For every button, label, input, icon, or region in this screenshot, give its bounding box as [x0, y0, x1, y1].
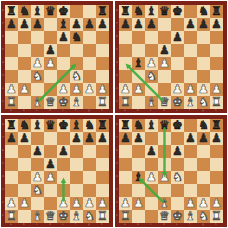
white-queen: ♛ [45, 210, 56, 223]
square-c1: ♝ [145, 96, 158, 109]
file-label: g [202, 109, 204, 112]
white-pawn: ♟ [185, 83, 196, 96]
black-king: ♚ [172, 5, 183, 18]
square-a1: ♜ [119, 210, 132, 223]
square-c7: ♟ [31, 18, 44, 31]
square-a1: ♜ [5, 210, 18, 223]
square-g8 [83, 5, 96, 18]
square-f5 [70, 158, 83, 171]
square-f3: ♞ [70, 70, 83, 83]
square-f4 [184, 171, 197, 184]
square-h2: ♟ [96, 83, 109, 96]
square-e4: ♞ [171, 171, 184, 184]
white-pawn: ♟ [198, 83, 209, 96]
square-c5 [145, 44, 158, 57]
square-d8: ♛ [158, 5, 171, 18]
square-h8: ♜ [96, 119, 109, 132]
square-c4: ♟ [145, 171, 158, 184]
square-f3 [184, 184, 197, 197]
black-bishop: ♝ [133, 57, 144, 70]
square-b2: ♟ [132, 83, 145, 96]
square-b5 [18, 44, 31, 57]
black-pawn: ♟ [120, 18, 131, 31]
square-c3: ♞ [31, 184, 44, 197]
white-rook: ♜ [120, 210, 131, 223]
square-e2: ♟ [57, 197, 70, 210]
square-a4 [119, 171, 132, 184]
square-b2: ♟ [132, 197, 145, 210]
square-c1: ♝ [31, 96, 44, 109]
square-f7: ♟ [70, 132, 83, 145]
square-f1: ♝ [184, 210, 197, 223]
square-b7: ♟ [132, 18, 145, 31]
white-bishop: ♝ [185, 210, 196, 223]
square-h4 [96, 57, 109, 70]
square-a2: ♟ [119, 83, 132, 96]
white-pawn: ♟ [19, 197, 30, 210]
square-e6: ♟ [171, 145, 184, 158]
white-pawn: ♟ [120, 83, 131, 96]
white-king: ♚ [58, 210, 69, 223]
square-d3 [44, 70, 57, 83]
rank-label: 2 [2, 201, 4, 204]
square-e2: ♟ [57, 83, 70, 96]
white-pawn: ♟ [198, 197, 209, 210]
rank-label: 5 [116, 162, 118, 165]
square-f5 [184, 44, 197, 57]
file-label: d [163, 223, 165, 226]
square-b6 [18, 31, 31, 44]
square-g7: ♟ [197, 132, 210, 145]
black-bishop: ♝ [133, 171, 144, 184]
square-c8: ♝ [31, 119, 44, 132]
black-pawn: ♟ [185, 132, 196, 145]
black-pawn: ♟ [32, 145, 43, 158]
white-king: ♚ [172, 210, 183, 223]
black-pawn: ♟ [133, 132, 144, 145]
square-a5 [5, 44, 18, 57]
square-c5 [145, 158, 158, 171]
square-a2: ♟ [119, 197, 132, 210]
square-b4: ♝ [132, 57, 145, 70]
white-king: ♚ [58, 96, 69, 109]
file-label: e [62, 223, 64, 226]
square-d3 [158, 70, 171, 83]
square-e7 [171, 18, 184, 31]
white-pawn: ♟ [159, 171, 170, 184]
black-bishop: ♝ [71, 119, 82, 132]
rank-label: 6 [2, 149, 4, 152]
black-pawn: ♟ [19, 18, 30, 31]
square-a7: ♟ [5, 18, 18, 31]
file-label: a [124, 109, 126, 112]
square-c4: ♟ [145, 57, 158, 70]
rank-label: 2 [2, 87, 4, 90]
file-label: f [75, 223, 76, 226]
square-a5 [5, 158, 18, 171]
square-e5 [57, 44, 70, 57]
square-h1: ♜ [210, 210, 223, 223]
rank-label: 3 [2, 74, 4, 77]
square-f1: ♝ [184, 96, 197, 109]
file-label: c [150, 109, 151, 112]
square-h3 [210, 70, 223, 83]
square-g1: ♞ [197, 210, 210, 223]
square-h2: ♟ [210, 83, 223, 96]
black-rook: ♜ [211, 119, 222, 132]
rank-label: 2 [116, 87, 118, 90]
file-label: a [124, 223, 126, 226]
square-b4: ♝ [132, 171, 145, 184]
rank-label: 3 [2, 188, 4, 191]
square-a6 [119, 145, 132, 158]
square-b5 [132, 158, 145, 171]
square-a6 [5, 31, 18, 44]
square-b3 [18, 184, 31, 197]
square-b1 [18, 96, 31, 109]
square-a2: ♟ [5, 197, 18, 210]
white-pawn: ♟ [45, 171, 56, 184]
square-c3: ♞ [31, 70, 44, 83]
square-b6 [132, 31, 145, 44]
black-bishop: ♝ [146, 119, 157, 132]
white-bishop: ♝ [159, 197, 170, 210]
square-a7: ♟ [119, 132, 132, 145]
white-pawn: ♟ [58, 197, 69, 210]
rank-label: 8 [2, 123, 4, 126]
square-f4 [70, 171, 83, 184]
square-b4 [18, 57, 31, 70]
white-rook: ♜ [211, 210, 222, 223]
square-c1: ♝ [31, 210, 44, 223]
square-d7 [158, 18, 171, 31]
square-e6: ♟ [171, 31, 184, 44]
square-b4 [18, 171, 31, 184]
square-c7 [145, 132, 158, 145]
file-label: h [215, 223, 217, 226]
file-label: f [189, 223, 190, 226]
square-c4: ♟ [31, 171, 44, 184]
chessboard-bottom-left: ♜♞♝♛♚♝♞♜♟♟♟♟♟♟♟♟♟♟♞♟♟♟♟♟♟♜♝♛♚♝♞♜ 8765432… [1, 115, 113, 227]
square-d4: ♟ [44, 171, 57, 184]
white-pawn: ♟ [146, 171, 157, 184]
file-label: d [49, 223, 51, 226]
black-pawn: ♟ [185, 18, 196, 31]
square-b8: ♞ [132, 119, 145, 132]
quadrant-top-left: ♜♞♝♛♚♜♟♟♟♝♟♟♟♟♞♟♟♟♞♞♟♟♟♟♟♟♜♝♛♚♝♜ 8765432… [0, 0, 114, 114]
white-pawn: ♟ [71, 197, 82, 210]
square-c6 [31, 31, 44, 44]
square-f7: ♟ [70, 18, 83, 31]
file-label: c [36, 109, 37, 112]
white-pawn: ♟ [120, 197, 131, 210]
square-e8: ♚ [57, 119, 70, 132]
square-g4 [83, 57, 96, 70]
black-knight: ♞ [198, 5, 209, 18]
file-label: d [163, 109, 165, 112]
white-knight: ♞ [71, 70, 82, 83]
white-knight: ♞ [198, 96, 209, 109]
square-a5 [119, 44, 132, 57]
rank-label: 3 [116, 74, 118, 77]
rank-label: 8 [116, 123, 118, 126]
black-rook: ♜ [6, 119, 17, 132]
square-h6 [210, 145, 223, 158]
square-f6 [184, 31, 197, 44]
square-b6 [18, 145, 31, 158]
white-knight: ♞ [146, 70, 157, 83]
rank-label: 1 [116, 100, 118, 103]
square-h3 [96, 184, 109, 197]
square-e1: ♚ [171, 210, 184, 223]
white-pawn: ♟ [133, 197, 144, 210]
square-e4 [57, 57, 70, 70]
white-pawn: ♟ [172, 83, 183, 96]
square-g2: ♟ [197, 197, 210, 210]
square-e8: ♚ [171, 119, 184, 132]
file-label: b [137, 223, 139, 226]
rank-label: 8 [116, 9, 118, 12]
black-knight: ♞ [198, 119, 209, 132]
square-a3 [5, 184, 18, 197]
square-a8: ♜ [5, 119, 18, 132]
square-h6 [210, 31, 223, 44]
square-g3 [83, 184, 96, 197]
board-squares: ♜♞♝♛♚♜♟♟♟♝♟♟♟♟♞♟♟♟♞♞♟♟♟♟♟♟♜♝♛♚♝♜ [5, 5, 109, 109]
white-queen: ♛ [159, 96, 170, 109]
white-rook: ♜ [120, 96, 131, 109]
rank-label: 2 [116, 201, 118, 204]
chessboard-bottom-right: ♜♞♝♛♚♞♜♟♟♟♟♟♟♟♝♟♟♞♟♟♝♟♟♟♜♛♚♝♞♜ 87654321a… [115, 115, 227, 227]
square-d8: ♛ [44, 5, 57, 18]
file-label: d [49, 109, 51, 112]
white-pawn: ♟ [97, 197, 108, 210]
rank-label: 6 [116, 35, 118, 38]
black-pawn: ♟ [58, 145, 69, 158]
black-pawn: ♟ [84, 18, 95, 31]
black-pawn: ♟ [97, 18, 108, 31]
square-f2: ♟ [184, 83, 197, 96]
white-bishop: ♝ [185, 96, 196, 109]
square-f8 [184, 5, 197, 18]
square-g6 [83, 31, 96, 44]
square-h1: ♜ [96, 210, 109, 223]
square-g4 [83, 171, 96, 184]
square-g8: ♞ [83, 119, 96, 132]
file-label: e [176, 109, 178, 112]
square-g2: ♟ [197, 83, 210, 96]
white-pawn: ♟ [32, 57, 43, 70]
square-g3 [83, 70, 96, 83]
rank-label: 8 [2, 9, 4, 12]
white-queen: ♛ [45, 96, 56, 109]
file-label: b [23, 109, 25, 112]
black-pawn: ♟ [172, 31, 183, 44]
square-a6 [119, 31, 132, 44]
square-e4 [57, 171, 70, 184]
square-b3 [132, 70, 145, 83]
square-f6 [184, 145, 197, 158]
square-f8 [70, 5, 83, 18]
square-d4: ♟ [158, 57, 171, 70]
white-knight: ♞ [172, 171, 183, 184]
square-a5 [119, 158, 132, 171]
square-d1: ♛ [158, 96, 171, 109]
black-knight: ♞ [133, 5, 144, 18]
square-h7: ♟ [210, 18, 223, 31]
square-c8: ♝ [145, 119, 158, 132]
file-label: e [176, 223, 178, 226]
square-e3 [57, 70, 70, 83]
black-pawn: ♟ [45, 158, 56, 171]
square-g1: ♞ [197, 96, 210, 109]
black-rook: ♜ [120, 5, 131, 18]
square-e7 [57, 132, 70, 145]
square-g8: ♞ [197, 5, 210, 18]
rank-label: 7 [116, 136, 118, 139]
square-h3 [96, 70, 109, 83]
square-g6 [197, 145, 210, 158]
square-b7: ♟ [132, 132, 145, 145]
square-b3 [18, 70, 31, 83]
square-h1: ♜ [210, 96, 223, 109]
black-bishop: ♝ [146, 5, 157, 18]
square-c7 [31, 132, 44, 145]
board-squares: ♜♞♝♛♚♞♜♟♟♟♟♟♟♟♟♝♟♟♞♟♟♟♟♟♟♜♝♛♚♝♞♜ [119, 5, 223, 109]
white-rook: ♜ [97, 96, 108, 109]
square-b1 [132, 96, 145, 109]
black-queen: ♛ [159, 119, 170, 132]
square-c2 [31, 197, 44, 210]
square-f1: ♝ [70, 96, 83, 109]
file-label: c [36, 223, 37, 226]
file-label: c [150, 223, 151, 226]
black-pawn: ♟ [6, 132, 17, 145]
rank-label: 3 [116, 188, 118, 191]
rank-label: 4 [2, 175, 4, 178]
square-h3 [210, 184, 223, 197]
square-g6 [197, 31, 210, 44]
square-a7: ♟ [119, 18, 132, 31]
square-e5 [171, 44, 184, 57]
file-label: f [75, 109, 76, 112]
square-h5 [96, 44, 109, 57]
square-g7: ♟ [83, 132, 96, 145]
black-pawn: ♟ [211, 132, 222, 145]
square-a7: ♟ [5, 132, 18, 145]
square-a3 [119, 70, 132, 83]
black-pawn: ♟ [84, 132, 95, 145]
white-bishop: ♝ [32, 210, 43, 223]
rank-label: 6 [116, 149, 118, 152]
square-b1 [132, 210, 145, 223]
file-label: b [23, 223, 25, 226]
square-a6 [5, 145, 18, 158]
white-bishop: ♝ [32, 96, 43, 109]
rank-label: 5 [2, 48, 4, 51]
square-g2: ♟ [83, 83, 96, 96]
rank-label: 7 [116, 22, 118, 25]
square-d4: ♟ [158, 171, 171, 184]
black-pawn: ♟ [146, 145, 157, 158]
square-e3 [171, 184, 184, 197]
square-f7: ♟ [184, 18, 197, 31]
square-f2: ♟ [70, 197, 83, 210]
black-pawn: ♟ [6, 18, 17, 31]
chessboard-top-right: ♜♞♝♛♚♞♜♟♟♟♟♟♟♟♟♝♟♟♞♟♟♟♟♟♟♜♝♛♚♝♞♜ 8765432… [115, 1, 227, 113]
black-king: ♚ [58, 119, 69, 132]
square-e1: ♚ [171, 96, 184, 109]
square-b7: ♟ [18, 18, 31, 31]
square-b5 [18, 158, 31, 171]
quadrant-bottom-left: ♜♞♝♛♚♝♞♜♟♟♟♟♟♟♟♟♟♟♞♟♟♟♟♟♟♜♝♛♚♝♞♜ 8765432… [0, 114, 114, 228]
white-pawn: ♟ [58, 83, 69, 96]
white-pawn: ♟ [159, 57, 170, 70]
square-h7: ♟ [96, 18, 109, 31]
square-d1: ♛ [44, 210, 57, 223]
square-f6: ♞ [70, 31, 83, 44]
square-f6 [70, 145, 83, 158]
square-d8: ♛ [44, 119, 57, 132]
white-pawn: ♟ [84, 83, 95, 96]
rank-label: 4 [2, 61, 4, 64]
square-h4 [210, 57, 223, 70]
square-g8: ♞ [197, 119, 210, 132]
square-g7: ♟ [197, 18, 210, 31]
square-g7: ♟ [83, 18, 96, 31]
square-d4: ♟ [44, 57, 57, 70]
square-a4 [119, 57, 132, 70]
black-pawn: ♟ [32, 18, 43, 31]
black-pawn: ♟ [45, 44, 56, 57]
square-d5: ♟ [44, 44, 57, 57]
square-g5 [197, 158, 210, 171]
square-e2: ♟ [171, 83, 184, 96]
black-pawn: ♟ [198, 18, 209, 31]
black-pawn: ♟ [133, 18, 144, 31]
black-bishop: ♝ [32, 5, 43, 18]
square-f3 [184, 70, 197, 83]
square-g4 [197, 57, 210, 70]
square-b2: ♟ [18, 197, 31, 210]
square-h1: ♜ [96, 96, 109, 109]
square-e7 [171, 132, 184, 145]
square-h8: ♜ [96, 5, 109, 18]
white-knight: ♞ [84, 210, 95, 223]
square-h6 [96, 145, 109, 158]
file-label: g [88, 223, 90, 226]
white-pawn: ♟ [19, 83, 30, 96]
square-h8: ♜ [210, 5, 223, 18]
square-c3: ♞ [145, 70, 158, 83]
square-f4 [70, 57, 83, 70]
square-c1 [145, 210, 158, 223]
square-a4 [5, 57, 18, 70]
square-d8: ♛ [158, 119, 171, 132]
square-d7 [158, 132, 171, 145]
black-queen: ♛ [45, 5, 56, 18]
square-e1: ♚ [57, 210, 70, 223]
file-label: a [10, 223, 12, 226]
square-e3 [171, 70, 184, 83]
black-rook: ♜ [211, 5, 222, 18]
white-king: ♚ [172, 96, 183, 109]
square-f2: ♟ [184, 197, 197, 210]
square-c2 [31, 83, 44, 96]
black-rook: ♜ [97, 119, 108, 132]
square-e2 [171, 197, 184, 210]
black-pawn: ♟ [19, 132, 30, 145]
